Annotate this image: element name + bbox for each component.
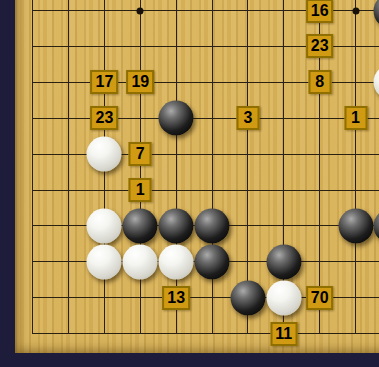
move-number-label: 19: [126, 70, 154, 94]
grid-line-horizontal: [32, 154, 379, 155]
grid-line-vertical: [212, 0, 213, 334]
move-number-label: 17: [91, 70, 119, 94]
white-stone[interactable]: [87, 244, 122, 279]
star-point: [137, 7, 144, 14]
app-background: 162317198233171137011: [0, 0, 379, 367]
grid-line-vertical: [176, 0, 177, 334]
grid-line-horizontal: [32, 118, 379, 119]
black-stone[interactable]: [338, 208, 373, 243]
black-stone[interactable]: [374, 0, 379, 28]
white-stone[interactable]: [159, 244, 194, 279]
black-stone[interactable]: [195, 244, 230, 279]
move-number-label: 13: [162, 286, 190, 310]
grid-line-vertical: [355, 0, 356, 334]
black-stone[interactable]: [230, 280, 265, 315]
move-number-label: 1: [344, 106, 367, 130]
black-stone[interactable]: [374, 208, 379, 243]
black-stone[interactable]: [123, 208, 158, 243]
black-stone[interactable]: [195, 208, 230, 243]
move-number-label: 1: [129, 178, 152, 202]
grid-line-horizontal: [32, 190, 379, 191]
go-board[interactable]: 162317198233171137011: [15, 0, 379, 353]
move-number-label: 23: [306, 34, 334, 58]
black-stone[interactable]: [266, 244, 301, 279]
black-stone[interactable]: [159, 101, 194, 136]
move-number-label: 16: [306, 0, 334, 23]
move-number-label: 70: [306, 286, 334, 310]
move-number-label: 8: [308, 70, 331, 94]
black-stone[interactable]: [159, 208, 194, 243]
white-stone[interactable]: [87, 137, 122, 172]
move-number-label: 3: [236, 106, 259, 130]
white-stone[interactable]: [87, 208, 122, 243]
move-number-label: 7: [129, 142, 152, 166]
white-stone[interactable]: [374, 65, 379, 100]
white-stone[interactable]: [123, 244, 158, 279]
white-stone[interactable]: [266, 280, 301, 315]
grid-line-horizontal: [32, 333, 379, 334]
grid-line-vertical: [140, 0, 141, 334]
star-point: [352, 7, 359, 14]
move-number-label: 11: [270, 322, 297, 346]
move-number-label: 23: [91, 106, 119, 130]
grid-line-vertical: [68, 0, 69, 334]
grid-line-vertical: [32, 0, 33, 334]
